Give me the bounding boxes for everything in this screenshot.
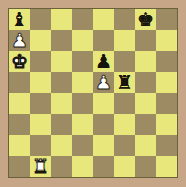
- chess-board: ♝♚♟♚♟♟♜♜: [9, 9, 177, 177]
- square-a8[interactable]: ♝: [9, 9, 30, 30]
- square-d6[interactable]: [72, 51, 93, 72]
- square-c4[interactable]: [51, 93, 72, 114]
- square-a4[interactable]: [9, 93, 30, 114]
- square-d5[interactable]: [72, 72, 93, 93]
- square-e6[interactable]: ♟: [93, 51, 114, 72]
- square-b2[interactable]: [30, 135, 51, 156]
- square-c7[interactable]: [51, 30, 72, 51]
- square-e2[interactable]: [93, 135, 114, 156]
- white-pawn-piece[interactable]: ♟: [95, 72, 112, 93]
- square-a7[interactable]: ♟: [9, 30, 30, 51]
- square-e4[interactable]: [93, 93, 114, 114]
- square-h2[interactable]: [156, 135, 177, 156]
- square-b1[interactable]: ♜: [30, 156, 51, 177]
- square-b7[interactable]: [30, 30, 51, 51]
- square-d3[interactable]: [72, 114, 93, 135]
- square-c6[interactable]: [51, 51, 72, 72]
- square-h5[interactable]: [156, 72, 177, 93]
- square-a2[interactable]: [9, 135, 30, 156]
- square-b6[interactable]: [30, 51, 51, 72]
- square-a5[interactable]: [9, 72, 30, 93]
- square-h3[interactable]: [156, 114, 177, 135]
- square-f3[interactable]: [114, 114, 135, 135]
- square-b4[interactable]: [30, 93, 51, 114]
- square-f7[interactable]: [114, 30, 135, 51]
- square-h6[interactable]: [156, 51, 177, 72]
- square-c1[interactable]: [51, 156, 72, 177]
- square-h7[interactable]: [156, 30, 177, 51]
- square-d7[interactable]: [72, 30, 93, 51]
- square-f2[interactable]: [114, 135, 135, 156]
- square-h8[interactable]: [156, 9, 177, 30]
- black-king-piece[interactable]: ♚: [137, 9, 154, 30]
- white-pawn-piece[interactable]: ♟: [11, 30, 28, 51]
- square-f4[interactable]: [114, 93, 135, 114]
- square-h4[interactable]: [156, 93, 177, 114]
- square-d1[interactable]: [72, 156, 93, 177]
- square-d8[interactable]: [72, 9, 93, 30]
- black-rook-piece[interactable]: ♜: [116, 72, 133, 93]
- chess-diagram: ♝♚♟♚♟♟♜♜: [0, 0, 186, 187]
- square-e5[interactable]: ♟: [93, 72, 114, 93]
- square-a6[interactable]: ♚: [9, 51, 30, 72]
- square-g3[interactable]: [135, 114, 156, 135]
- square-g2[interactable]: [135, 135, 156, 156]
- white-king-piece[interactable]: ♚: [11, 51, 28, 72]
- square-g6[interactable]: [135, 51, 156, 72]
- square-b3[interactable]: [30, 114, 51, 135]
- square-c8[interactable]: [51, 9, 72, 30]
- square-f1[interactable]: [114, 156, 135, 177]
- square-f8[interactable]: [114, 9, 135, 30]
- square-b5[interactable]: [30, 72, 51, 93]
- white-rook-piece[interactable]: ♜: [32, 156, 49, 177]
- square-c2[interactable]: [51, 135, 72, 156]
- square-a3[interactable]: [9, 114, 30, 135]
- square-h1[interactable]: [156, 156, 177, 177]
- square-d2[interactable]: [72, 135, 93, 156]
- square-f5[interactable]: ♜: [114, 72, 135, 93]
- square-e1[interactable]: [93, 156, 114, 177]
- square-g4[interactable]: [135, 93, 156, 114]
- square-g8[interactable]: ♚: [135, 9, 156, 30]
- square-g7[interactable]: [135, 30, 156, 51]
- square-g1[interactable]: [135, 156, 156, 177]
- black-pawn-piece[interactable]: ♟: [95, 51, 112, 72]
- square-e3[interactable]: [93, 114, 114, 135]
- square-a1[interactable]: [9, 156, 30, 177]
- square-g5[interactable]: [135, 72, 156, 93]
- black-bishop-piece[interactable]: ♝: [11, 9, 28, 30]
- square-c3[interactable]: [51, 114, 72, 135]
- square-c5[interactable]: [51, 72, 72, 93]
- square-f6[interactable]: [114, 51, 135, 72]
- square-e8[interactable]: [93, 9, 114, 30]
- square-e7[interactable]: [93, 30, 114, 51]
- square-b8[interactable]: [30, 9, 51, 30]
- square-d4[interactable]: [72, 93, 93, 114]
